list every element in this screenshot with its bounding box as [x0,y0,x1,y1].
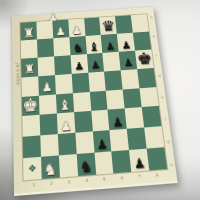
square-e3: ♝ [56,93,74,114]
photo-background: JN CHESS ♜♟♟♛♞♝♟♟♜♟♟♟♚♟♚♝♟♟♟❖♞♞♟ 1234567… [0,0,200,200]
bottom-label-2: 2 [42,180,60,191]
square-e1: ♚ [22,95,40,116]
square-c8: ♚ [135,49,154,69]
square-d8 [137,68,156,88]
piece-black-pawn-c4: ♟ [74,61,84,72]
piece-black-king-c8: ♚ [136,51,153,68]
square-a2 [36,21,53,40]
square-f6: ♟ [108,109,127,131]
piece-white-pawn-f3: ♟ [60,120,72,133]
bottom-label-5: 5 [95,176,113,186]
square-f5 [91,110,110,132]
square-e5 [89,90,108,111]
square-h8 [147,147,167,170]
piece-black-knight-h4: ♞ [79,158,93,175]
square-a4: ♟ [68,19,85,38]
square-h6 [112,150,132,173]
square-b6: ♟ [101,34,119,53]
square-b3 [53,37,70,56]
square-g3 [58,133,77,156]
piece-black-pawn-b7: ♟ [121,40,132,51]
piece-black-pawn-h7: ♟ [133,156,146,170]
square-h1: ❖ [23,157,42,180]
square-c3 [54,55,71,75]
square-e6 [106,89,125,110]
square-a8 [131,14,149,32]
bottom-label-7: 7 [130,173,149,183]
square-g8 [144,126,164,148]
piece-black-pawn-b6: ♟ [105,41,115,52]
square-f3: ♟ [57,113,75,135]
right-label-e: e [158,95,166,99]
square-c5: ♟ [86,53,104,73]
square-h3 [59,154,78,177]
piece-black-pawn-c7: ♟ [123,58,134,69]
right-label-h: h [168,163,176,168]
square-c1: ♜ [21,57,38,77]
piece-white-knight-h2: ♞ [43,161,57,178]
square-c2 [37,56,54,76]
square-e4 [73,92,91,113]
right-label-c: c [153,54,160,58]
bottom-label-3: 3 [60,178,78,188]
square-d3 [55,74,73,94]
square-h4: ♞ [76,153,95,176]
square-d2: ♟ [38,75,56,95]
square-d6 [104,70,122,90]
piece-black-pawn-g5: ♟ [96,138,108,152]
square-b5: ♝ [85,35,103,54]
square-c6 [103,52,121,72]
right-label-b: b [150,34,157,38]
square-d1 [21,76,38,96]
square-b8 [133,31,151,50]
square-g4 [75,132,94,155]
square-a5 [84,17,101,35]
square-d5 [88,71,106,91]
piece-white-pawn-a3: ♟ [55,26,66,37]
corner-logo-icon: ❖ [28,163,37,174]
square-b2 [37,38,54,57]
square-a3: ♟ [52,20,69,39]
square-a1: ♜ [20,22,36,41]
piece-white-pawn-a4: ♟ [71,25,82,36]
square-c4: ♟ [70,54,88,74]
square-g6 [110,129,130,151]
square-e8 [140,87,159,108]
bottom-label-8: 8 [148,171,167,181]
piece-white-rook-c1: ♜ [24,63,36,76]
square-g1 [23,136,41,159]
square-f8 [142,106,162,128]
chess-mat: JN CHESS ♜♟♟♛♞♝♟♟♜♟♟♟♚♟♚♝♟♟♟❖♞♞♟ 1234567… [12,7,178,196]
square-f2 [39,114,57,136]
right-label-d: d [156,74,163,78]
square-e2 [39,94,57,115]
piece-black-bishop-b5: ♝ [88,40,100,53]
square-b4: ♞ [69,36,86,55]
right-label-a: a [148,15,155,19]
piece-black-queen-a6: ♛ [101,19,116,34]
piece-white-pawn-d2: ♟ [41,81,52,93]
square-g5: ♟ [92,130,111,152]
bottom-label-4: 4 [78,177,96,187]
piece-black-pawn-c5: ♟ [90,60,100,71]
right-label-f: f [161,117,169,122]
chess-board: ♜♟♟♛♞♝♟♟♜♟♟♟♚♟♚♝♟♟♟❖♞♞♟ [19,13,168,181]
bottom-label-1: 1 [25,181,43,192]
piece-white-king-e1: ♚ [22,96,39,115]
square-h2: ♞ [41,156,60,179]
square-g2 [40,134,58,157]
square-f1 [22,115,40,137]
square-d4 [71,72,89,92]
piece-white-rook-a1: ♜ [23,26,35,39]
square-a6: ♛ [99,16,117,34]
square-h5 [94,151,114,174]
right-label-g: g [164,139,172,144]
piece-white-bishop-e3: ♝ [58,98,71,113]
piece-black-pawn-f6: ♟ [112,116,124,129]
bottom-label-6: 6 [113,174,131,184]
square-b1 [21,39,38,58]
piece-black-knight-b4: ♞ [72,41,84,54]
square-f4 [74,111,93,133]
